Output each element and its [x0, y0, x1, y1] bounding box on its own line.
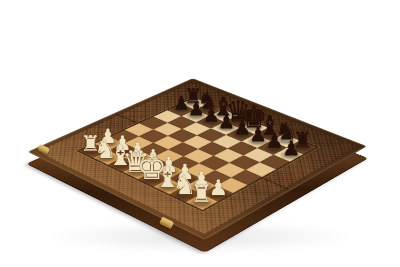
- scene: ♜♞♝♛♚♝♞♜♟♟♟♟♟♟♟♟♟♟♟♟♟♟♟♟♜♞♝♛♚♝♞♜: [0, 0, 400, 267]
- piece-black-pawn[interactable]: ♟: [282, 138, 300, 158]
- piece-white-rook[interactable]: ♜: [191, 183, 212, 207]
- piece-black-pawn[interactable]: ♟: [249, 125, 267, 145]
- piece-black-pawn[interactable]: ♟: [266, 131, 284, 151]
- piece-black-pawn[interactable]: ♟: [233, 118, 251, 138]
- pieces-layer: ♜♞♝♛♚♝♞♜♟♟♟♟♟♟♟♟♟♟♟♟♟♟♟♟♜♞♝♛♚♝♞♜: [0, 0, 400, 267]
